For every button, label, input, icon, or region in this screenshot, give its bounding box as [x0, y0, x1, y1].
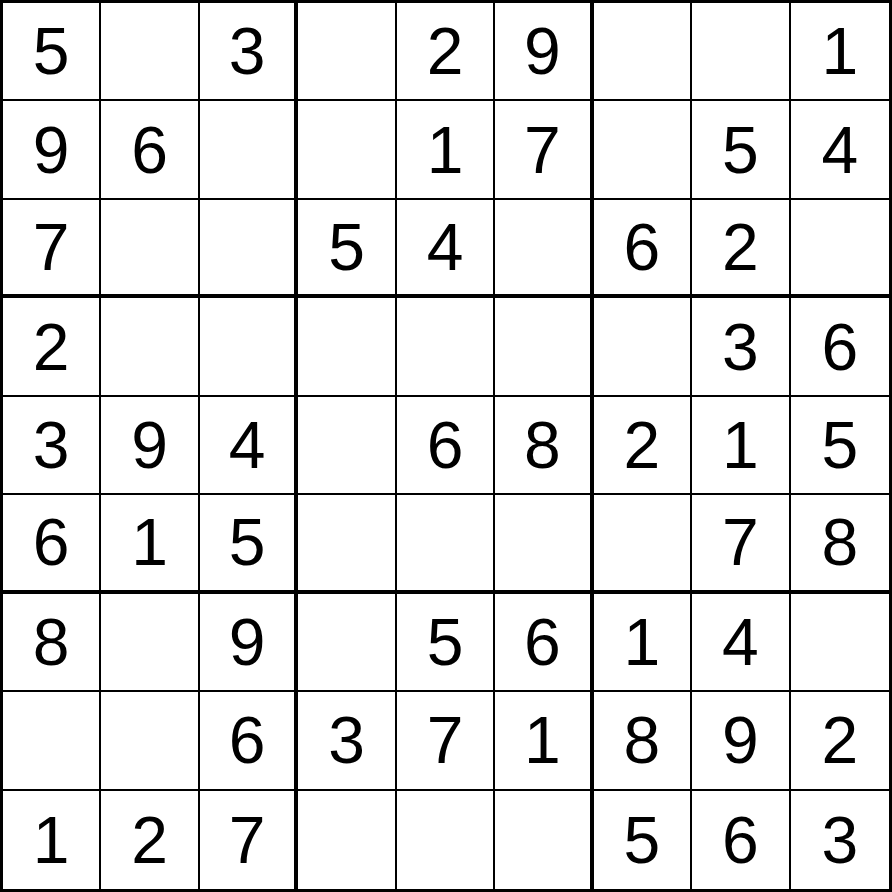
cell-r1c7[interactable] — [594, 3, 692, 101]
cell-r8c7[interactable]: 8 — [594, 692, 692, 790]
cell-r7c5[interactable]: 5 — [397, 594, 495, 692]
cell-r4c4[interactable] — [298, 298, 396, 396]
cell-r6c2[interactable]: 1 — [101, 495, 199, 593]
cell-r9c6[interactable] — [495, 791, 593, 889]
cell-r9c4[interactable] — [298, 791, 396, 889]
cell-r4c7[interactable] — [594, 298, 692, 396]
cell-r3c9[interactable] — [791, 200, 889, 298]
cell-r6c1[interactable]: 6 — [3, 495, 101, 593]
cell-r4c1[interactable]: 2 — [3, 298, 101, 396]
cell-r6c9[interactable]: 8 — [791, 495, 889, 593]
cell-r1c6[interactable]: 9 — [495, 3, 593, 101]
cell-r2c8[interactable]: 5 — [692, 101, 790, 199]
cell-r3c4[interactable]: 5 — [298, 200, 396, 298]
cell-r3c6[interactable] — [495, 200, 593, 298]
cell-r8c3[interactable]: 6 — [200, 692, 298, 790]
cell-r6c5[interactable] — [397, 495, 495, 593]
cell-r8c1[interactable] — [3, 692, 101, 790]
cell-r8c6[interactable]: 1 — [495, 692, 593, 790]
cell-r7c6[interactable]: 6 — [495, 594, 593, 692]
cell-r7c2[interactable] — [101, 594, 199, 692]
cell-r9c8[interactable]: 6 — [692, 791, 790, 889]
cell-r8c4[interactable]: 3 — [298, 692, 396, 790]
cell-r2c2[interactable]: 6 — [101, 101, 199, 199]
cell-r3c5[interactable]: 4 — [397, 200, 495, 298]
cell-r9c3[interactable]: 7 — [200, 791, 298, 889]
cell-r7c9[interactable] — [791, 594, 889, 692]
cell-r7c8[interactable]: 4 — [692, 594, 790, 692]
cell-r4c5[interactable] — [397, 298, 495, 396]
cell-r5c4[interactable] — [298, 397, 396, 495]
cell-r7c1[interactable]: 8 — [3, 594, 101, 692]
cell-r1c9[interactable]: 1 — [791, 3, 889, 101]
cell-r2c7[interactable] — [594, 101, 692, 199]
cell-r2c6[interactable]: 7 — [495, 101, 593, 199]
cell-r4c9[interactable]: 6 — [791, 298, 889, 396]
cell-r6c6[interactable] — [495, 495, 593, 593]
cell-r5c7[interactable]: 2 — [594, 397, 692, 495]
cell-r5c9[interactable]: 5 — [791, 397, 889, 495]
cell-r2c5[interactable]: 1 — [397, 101, 495, 199]
cell-r9c1[interactable]: 1 — [3, 791, 101, 889]
cell-r1c2[interactable] — [101, 3, 199, 101]
cell-r5c5[interactable]: 6 — [397, 397, 495, 495]
cell-r5c6[interactable]: 8 — [495, 397, 593, 495]
cell-r4c6[interactable] — [495, 298, 593, 396]
cell-r9c9[interactable]: 3 — [791, 791, 889, 889]
cell-r5c8[interactable]: 1 — [692, 397, 790, 495]
cell-r2c4[interactable] — [298, 101, 396, 199]
cell-r6c3[interactable]: 5 — [200, 495, 298, 593]
cell-r1c8[interactable] — [692, 3, 790, 101]
cell-r8c2[interactable] — [101, 692, 199, 790]
cell-r3c7[interactable]: 6 — [594, 200, 692, 298]
cell-r5c3[interactable]: 4 — [200, 397, 298, 495]
cell-r1c1[interactable]: 5 — [3, 3, 101, 101]
cell-r8c9[interactable]: 2 — [791, 692, 889, 790]
cell-r4c8[interactable]: 3 — [692, 298, 790, 396]
cell-r1c4[interactable] — [298, 3, 396, 101]
cell-r1c3[interactable]: 3 — [200, 3, 298, 101]
cell-r6c7[interactable] — [594, 495, 692, 593]
cell-r2c3[interactable] — [200, 101, 298, 199]
cell-r3c1[interactable]: 7 — [3, 200, 101, 298]
cell-r8c5[interactable]: 7 — [397, 692, 495, 790]
cell-r3c2[interactable] — [101, 200, 199, 298]
cell-r5c2[interactable]: 9 — [101, 397, 199, 495]
cell-r9c7[interactable]: 5 — [594, 791, 692, 889]
cell-r2c1[interactable]: 9 — [3, 101, 101, 199]
cell-r6c8[interactable]: 7 — [692, 495, 790, 593]
sudoku-board: 5329196175475462236394682156157889561463… — [0, 0, 892, 892]
cell-r1c5[interactable]: 2 — [397, 3, 495, 101]
cell-r3c8[interactable]: 2 — [692, 200, 790, 298]
cell-r5c1[interactable]: 3 — [3, 397, 101, 495]
cell-r9c2[interactable]: 2 — [101, 791, 199, 889]
cell-r9c5[interactable] — [397, 791, 495, 889]
cell-r3c3[interactable] — [200, 200, 298, 298]
cell-r4c3[interactable] — [200, 298, 298, 396]
cell-r6c4[interactable] — [298, 495, 396, 593]
cell-r2c9[interactable]: 4 — [791, 101, 889, 199]
cell-r7c7[interactable]: 1 — [594, 594, 692, 692]
cell-r7c4[interactable] — [298, 594, 396, 692]
cell-r4c2[interactable] — [101, 298, 199, 396]
cell-r8c8[interactable]: 9 — [692, 692, 790, 790]
cell-r7c3[interactable]: 9 — [200, 594, 298, 692]
